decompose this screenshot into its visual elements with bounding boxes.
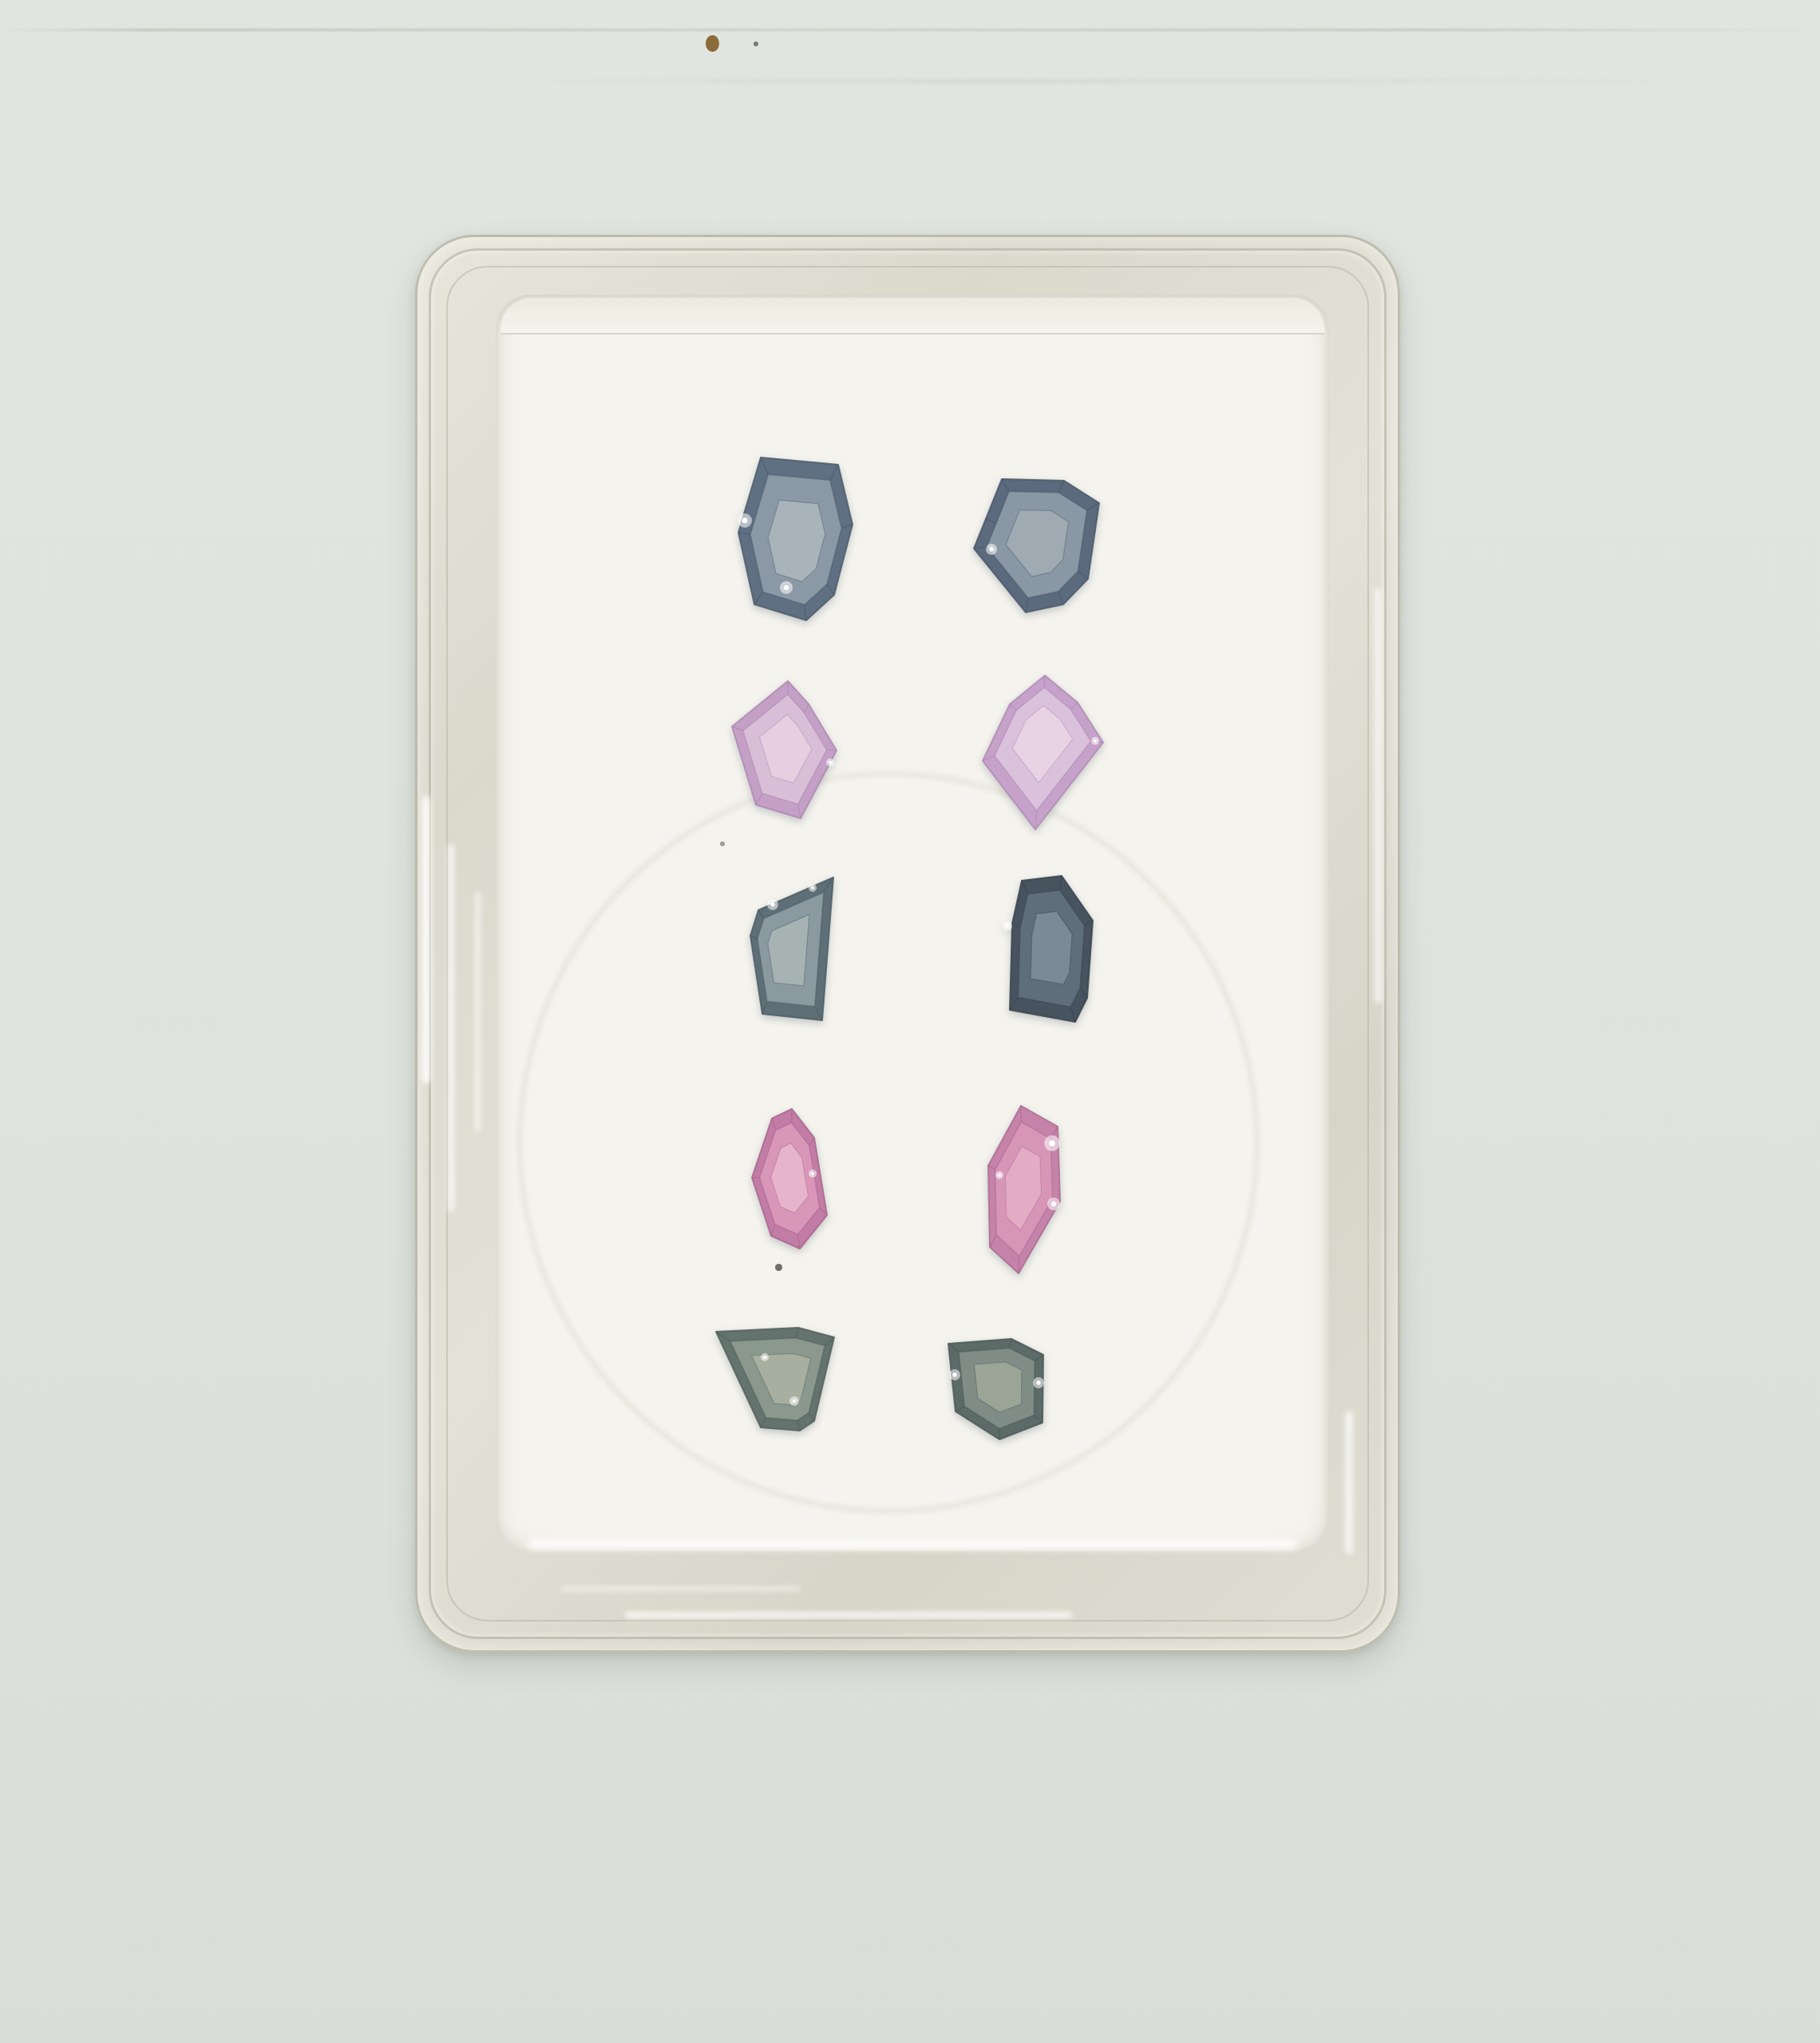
surface-speck-2 — [754, 42, 758, 46]
gem-r2c1-pink — [721, 670, 848, 829]
surface-speck-3 — [775, 1264, 782, 1271]
gem-r5c1-grey-green — [705, 1316, 845, 1442]
gem-r4c2-pink — [977, 1095, 1071, 1285]
gem-r1c2-grey-blue — [963, 468, 1110, 624]
gem-r3c1-grey-blue — [739, 866, 845, 1031]
surface-speck-1 — [706, 35, 719, 52]
gems-layer — [0, 0, 1820, 2043]
gem-r3c2-grey-blue — [999, 865, 1104, 1033]
gem-r5c2-grey-green — [937, 1328, 1054, 1451]
gem-r4c1-pink — [741, 1098, 838, 1260]
photo: { "scene": { "description": "Overhead ph… — [0, 0, 1820, 2043]
gem-r2c2-pink — [971, 664, 1114, 841]
gem-r1c1-grey-blue — [727, 446, 864, 632]
surface-speck-4 — [720, 841, 725, 846]
